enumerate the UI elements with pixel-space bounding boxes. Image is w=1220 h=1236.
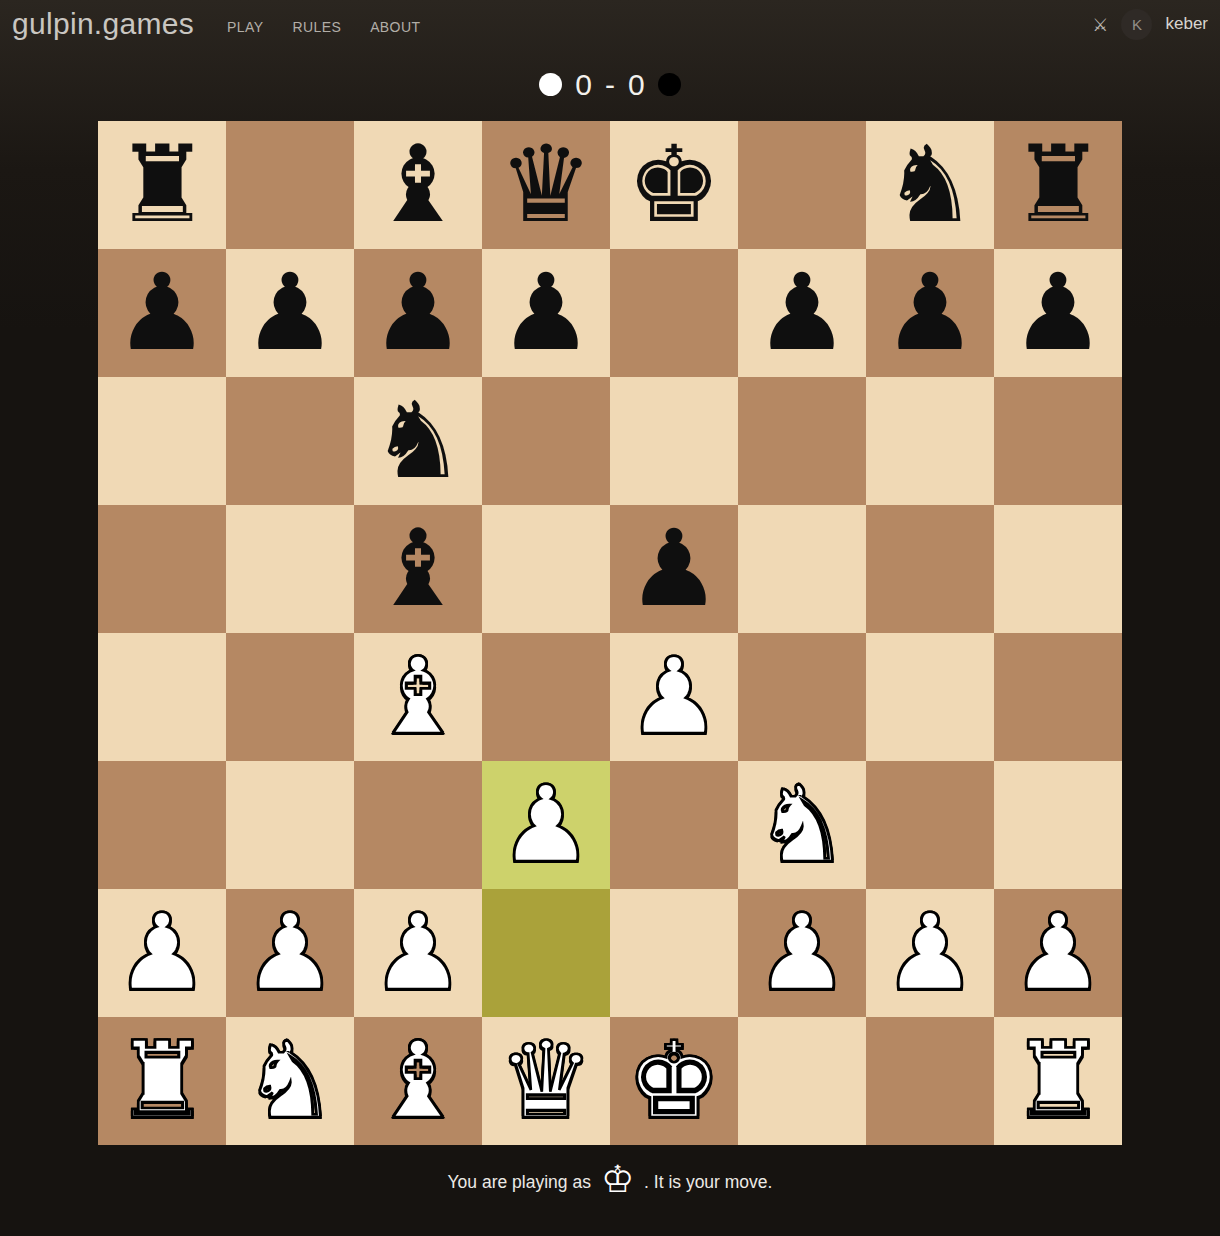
nav-rules[interactable]: RULES xyxy=(292,19,341,35)
square-g8[interactable]: ♞ xyxy=(866,121,994,249)
square-c5[interactable]: ♝ xyxy=(354,505,482,633)
score-separator: - xyxy=(605,68,615,102)
white-pawn-d3[interactable]: ♟ xyxy=(498,772,593,878)
square-a7[interactable]: ♟ xyxy=(98,249,226,377)
square-h2[interactable]: ♟ xyxy=(994,889,1122,1017)
square-e2[interactable] xyxy=(610,889,738,1017)
square-g6[interactable] xyxy=(866,377,994,505)
status-message: You are playing as ♔ . It is your move. xyxy=(0,1167,1220,1198)
square-b1[interactable]: ♞ xyxy=(226,1017,354,1145)
square-b4[interactable] xyxy=(226,633,354,761)
square-f7[interactable]: ♟ xyxy=(738,249,866,377)
username[interactable]: keber xyxy=(1165,14,1208,34)
square-d2[interactable] xyxy=(482,889,610,1017)
crossed-swords-icon[interactable]: ⚔ xyxy=(1092,14,1108,35)
square-f2[interactable]: ♟ xyxy=(738,889,866,1017)
square-g7[interactable]: ♟ xyxy=(866,249,994,377)
square-h1[interactable]: ♜ xyxy=(994,1017,1122,1145)
square-g3[interactable] xyxy=(866,761,994,889)
square-e4[interactable]: ♟ xyxy=(610,633,738,761)
black-queen-d8[interactable]: ♛ xyxy=(498,132,593,238)
white-pawn-g2[interactable]: ♟ xyxy=(882,900,977,1006)
square-b3[interactable] xyxy=(226,761,354,889)
black-pawn-h7[interactable]: ♟ xyxy=(1010,260,1105,366)
black-bishop-c8[interactable]: ♝ xyxy=(370,132,465,238)
black-knight-c6[interactable]: ♞ xyxy=(370,388,465,494)
white-rook-h1[interactable]: ♜ xyxy=(1010,1028,1105,1134)
white-queen-d1[interactable]: ♛ xyxy=(498,1028,593,1134)
black-pawn-a7[interactable]: ♟ xyxy=(114,260,209,366)
top-nav: gulpin.games PLAY RULES ABOUT ⚔ K keber xyxy=(0,0,1220,48)
white-knight-b1[interactable]: ♞ xyxy=(242,1028,337,1134)
square-f3[interactable]: ♞ xyxy=(738,761,866,889)
square-h4[interactable] xyxy=(994,633,1122,761)
square-g5[interactable] xyxy=(866,505,994,633)
black-pawn-d7[interactable]: ♟ xyxy=(498,260,593,366)
square-d5[interactable] xyxy=(482,505,610,633)
black-score: 0 xyxy=(628,68,645,102)
white-pawn-e4[interactable]: ♟ xyxy=(626,644,721,750)
square-e7[interactable] xyxy=(610,249,738,377)
black-king-e8[interactable]: ♚ xyxy=(626,132,721,238)
square-b8[interactable] xyxy=(226,121,354,249)
white-bishop-c4[interactable]: ♝ xyxy=(370,644,465,750)
white-pawn-b2[interactable]: ♟ xyxy=(242,900,337,1006)
black-score-dot xyxy=(658,73,681,96)
player-color-king-icon: ♔ xyxy=(601,1161,634,1198)
square-b5[interactable] xyxy=(226,505,354,633)
status-prefix: You are playing as xyxy=(448,1172,591,1193)
square-e3[interactable] xyxy=(610,761,738,889)
square-b2[interactable]: ♟ xyxy=(226,889,354,1017)
square-c1[interactable]: ♝ xyxy=(354,1017,482,1145)
square-c4[interactable]: ♝ xyxy=(354,633,482,761)
square-a8[interactable]: ♜ xyxy=(98,121,226,249)
black-pawn-b7[interactable]: ♟ xyxy=(242,260,337,366)
square-h8[interactable]: ♜ xyxy=(994,121,1122,249)
site-logo[interactable]: gulpin.games xyxy=(12,7,194,41)
square-f4[interactable] xyxy=(738,633,866,761)
white-pawn-a2[interactable]: ♟ xyxy=(114,900,209,1006)
square-g4[interactable] xyxy=(866,633,994,761)
square-d3[interactable]: ♟ xyxy=(482,761,610,889)
square-e6[interactable] xyxy=(610,377,738,505)
black-pawn-c7[interactable]: ♟ xyxy=(370,260,465,366)
avatar[interactable]: K xyxy=(1121,9,1152,40)
black-pawn-g7[interactable]: ♟ xyxy=(882,260,977,366)
square-a5[interactable] xyxy=(98,505,226,633)
square-c6[interactable]: ♞ xyxy=(354,377,482,505)
black-pawn-f7[interactable]: ♟ xyxy=(754,260,849,366)
square-c7[interactable]: ♟ xyxy=(354,249,482,377)
square-b6[interactable] xyxy=(226,377,354,505)
square-f6[interactable] xyxy=(738,377,866,505)
square-d1[interactable]: ♛ xyxy=(482,1017,610,1145)
square-d7[interactable]: ♟ xyxy=(482,249,610,377)
square-e5[interactable]: ♟ xyxy=(610,505,738,633)
white-king-e1[interactable]: ♚ xyxy=(626,1028,721,1134)
square-f8[interactable] xyxy=(738,121,866,249)
black-knight-g8[interactable]: ♞ xyxy=(882,132,977,238)
square-g2[interactable]: ♟ xyxy=(866,889,994,1017)
white-pawn-f2[interactable]: ♟ xyxy=(754,900,849,1006)
white-score-dot xyxy=(539,73,562,96)
square-a4[interactable] xyxy=(98,633,226,761)
white-knight-f3[interactable]: ♞ xyxy=(754,772,849,878)
score-bar: 0 - 0 xyxy=(0,48,1220,121)
square-g1[interactable] xyxy=(866,1017,994,1145)
white-pawn-c2[interactable]: ♟ xyxy=(370,900,465,1006)
white-rook-a1[interactable]: ♜ xyxy=(114,1028,209,1134)
chess-board: ♜♝♛♚♞♜♟♟♟♟♟♟♟♞♝♟♝♟♟♞♟♟♟♟♟♟♜♞♝♛♚♜ xyxy=(98,121,1122,1145)
square-e1[interactable]: ♚ xyxy=(610,1017,738,1145)
black-pawn-e5[interactable]: ♟ xyxy=(626,516,721,622)
square-h3[interactable] xyxy=(994,761,1122,889)
square-d4[interactable] xyxy=(482,633,610,761)
black-bishop-c5[interactable]: ♝ xyxy=(370,516,465,622)
black-rook-a8[interactable]: ♜ xyxy=(114,132,209,238)
square-c2[interactable]: ♟ xyxy=(354,889,482,1017)
nav-play[interactable]: PLAY xyxy=(227,19,263,35)
status-suffix: . It is your move. xyxy=(644,1172,772,1193)
white-score: 0 xyxy=(575,68,592,102)
square-e8[interactable]: ♚ xyxy=(610,121,738,249)
square-d6[interactable] xyxy=(482,377,610,505)
square-f1[interactable] xyxy=(738,1017,866,1145)
square-a3[interactable] xyxy=(98,761,226,889)
square-b7[interactable]: ♟ xyxy=(226,249,354,377)
square-a6[interactable] xyxy=(98,377,226,505)
square-f5[interactable] xyxy=(738,505,866,633)
black-rook-h8[interactable]: ♜ xyxy=(1010,132,1105,238)
square-c8[interactable]: ♝ xyxy=(354,121,482,249)
nav-about[interactable]: ABOUT xyxy=(370,19,420,35)
main-nav: PLAY RULES ABOUT xyxy=(227,19,420,35)
user-area: ⚔ K keber xyxy=(1092,9,1208,40)
white-bishop-c1[interactable]: ♝ xyxy=(370,1028,465,1134)
square-a1[interactable]: ♜ xyxy=(98,1017,226,1145)
square-c3[interactable] xyxy=(354,761,482,889)
square-h6[interactable] xyxy=(994,377,1122,505)
white-pawn-h2[interactable]: ♟ xyxy=(1010,900,1105,1006)
square-h5[interactable] xyxy=(994,505,1122,633)
square-a2[interactable]: ♟ xyxy=(98,889,226,1017)
square-h7[interactable]: ♟ xyxy=(994,249,1122,377)
square-d8[interactable]: ♛ xyxy=(482,121,610,249)
